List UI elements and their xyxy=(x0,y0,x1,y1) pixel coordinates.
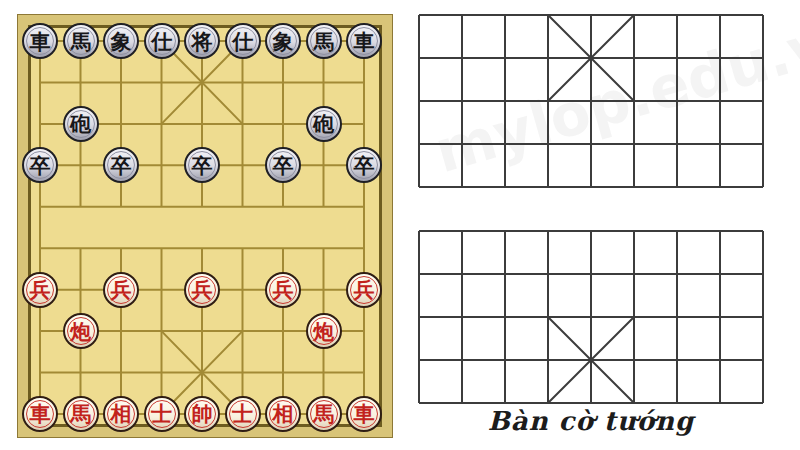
diagram-caption: Bàn cờ tướng xyxy=(419,406,763,436)
upper-half-board-diagram xyxy=(417,13,765,189)
red-soldier[interactable]: 兵 xyxy=(184,272,220,308)
piece-glyph: 兵 xyxy=(192,280,213,301)
piece-glyph: 車 xyxy=(30,404,51,425)
red-cannon[interactable]: 炮 xyxy=(63,313,99,349)
piece-glyph: 卒 xyxy=(192,156,213,177)
xiangqi-board: 車馬象仕将仕象馬車砲砲卒卒卒卒卒兵兵兵兵兵炮炮車馬相士帥士相馬車 xyxy=(17,14,393,438)
lower-half-board-diagram xyxy=(417,229,765,405)
piece-glyph: 馬 xyxy=(313,32,334,53)
piece-glyph: 卒 xyxy=(30,156,51,177)
red-horse[interactable]: 馬 xyxy=(63,396,99,432)
piece-glyph: 卒 xyxy=(273,156,294,177)
piece-glyph: 馬 xyxy=(70,32,91,53)
piece-glyph: 兵 xyxy=(273,280,294,301)
piece-glyph: 帥 xyxy=(192,404,213,425)
red-cannon[interactable]: 炮 xyxy=(306,313,342,349)
piece-glyph: 砲 xyxy=(70,114,91,135)
red-horse[interactable]: 馬 xyxy=(306,396,342,432)
red-soldier[interactable]: 兵 xyxy=(103,272,139,308)
piece-glyph: 炮 xyxy=(70,322,91,343)
piece-glyph: 馬 xyxy=(70,404,91,425)
black-general[interactable]: 将 xyxy=(184,23,220,59)
piece-glyph: 相 xyxy=(273,404,294,425)
piece-glyph: 士 xyxy=(151,404,172,425)
piece-glyph: 車 xyxy=(354,404,375,425)
black-elephant[interactable]: 象 xyxy=(103,23,139,59)
black-elephant[interactable]: 象 xyxy=(265,23,301,59)
piece-glyph: 士 xyxy=(232,404,253,425)
piece-glyph: 兵 xyxy=(354,280,375,301)
red-chariot[interactable]: 車 xyxy=(346,396,382,432)
piece-glyph: 仕 xyxy=(232,32,253,53)
black-horse[interactable]: 馬 xyxy=(306,23,342,59)
red-soldier[interactable]: 兵 xyxy=(265,272,301,308)
piece-glyph: 兵 xyxy=(30,280,51,301)
black-chariot[interactable]: 車 xyxy=(22,23,58,59)
red-soldier[interactable]: 兵 xyxy=(346,272,382,308)
red-chariot[interactable]: 車 xyxy=(22,396,58,432)
black-advisor[interactable]: 仕 xyxy=(225,23,261,59)
black-soldier[interactable]: 卒 xyxy=(103,147,139,183)
piece-glyph: 車 xyxy=(354,32,375,53)
piece-glyph: 相 xyxy=(111,404,132,425)
piece-glyph: 卒 xyxy=(111,156,132,177)
black-horse[interactable]: 馬 xyxy=(63,23,99,59)
black-soldier[interactable]: 卒 xyxy=(265,147,301,183)
black-chariot[interactable]: 車 xyxy=(346,23,382,59)
upper-half-grid xyxy=(417,13,765,189)
piece-glyph: 卒 xyxy=(354,156,375,177)
red-elephant[interactable]: 相 xyxy=(265,396,301,432)
black-advisor[interactable]: 仕 xyxy=(144,23,180,59)
black-soldier[interactable]: 卒 xyxy=(22,147,58,183)
red-elephant[interactable]: 相 xyxy=(103,396,139,432)
red-advisor[interactable]: 士 xyxy=(225,396,261,432)
piece-glyph: 車 xyxy=(30,32,51,53)
black-soldier[interactable]: 卒 xyxy=(346,147,382,183)
red-soldier[interactable]: 兵 xyxy=(22,272,58,308)
black-cannon[interactable]: 砲 xyxy=(63,106,99,142)
black-soldier[interactable]: 卒 xyxy=(184,147,220,183)
red-general[interactable]: 帥 xyxy=(184,396,220,432)
red-advisor[interactable]: 士 xyxy=(144,396,180,432)
piece-glyph: 砲 xyxy=(313,114,334,135)
piece-layer: 車馬象仕将仕象馬車砲砲卒卒卒卒卒兵兵兵兵兵炮炮車馬相士帥士相馬車 xyxy=(18,15,394,439)
piece-glyph: 兵 xyxy=(111,280,132,301)
piece-glyph: 仕 xyxy=(151,32,172,53)
page: mylop.edu.vn 車馬象仕将仕象馬車砲砲卒卒卒卒卒兵兵兵兵兵炮炮車馬相士… xyxy=(0,0,800,450)
piece-glyph: 象 xyxy=(273,32,294,53)
piece-glyph: 将 xyxy=(192,32,213,53)
lower-half-grid xyxy=(417,229,765,405)
piece-glyph: 炮 xyxy=(313,322,334,343)
black-cannon[interactable]: 砲 xyxy=(306,106,342,142)
piece-glyph: 象 xyxy=(111,32,132,53)
piece-glyph: 馬 xyxy=(313,404,334,425)
